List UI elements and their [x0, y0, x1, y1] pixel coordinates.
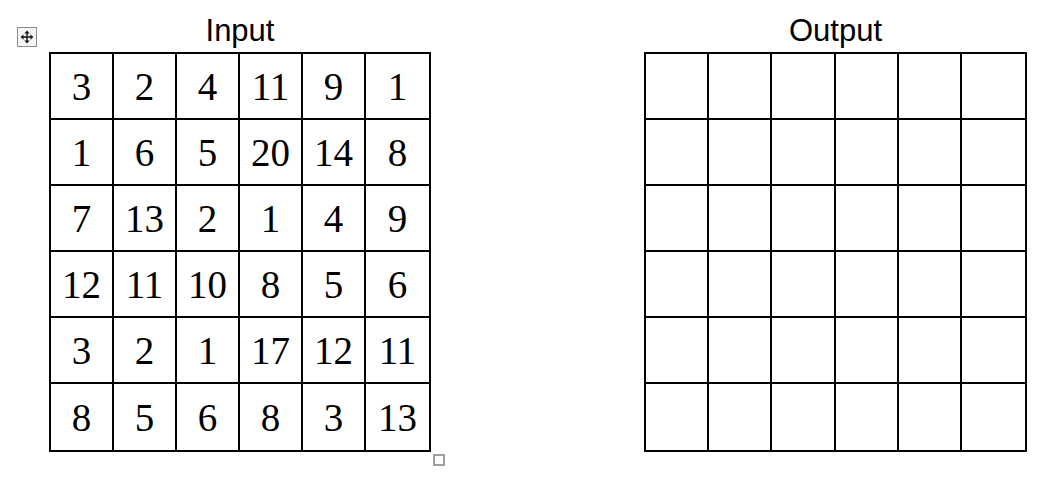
input-cell-r1c1[interactable]: 3 [51, 54, 114, 120]
output-grid[interactable] [644, 52, 1027, 452]
input-cell-r5c6[interactable]: 11 [366, 318, 429, 384]
output-cell-r1c5[interactable] [899, 54, 962, 120]
output-cell-r3c5[interactable] [899, 186, 962, 252]
output-cell-r2c4[interactable] [836, 120, 899, 186]
input-cell-r4c2[interactable]: 11 [114, 252, 177, 318]
input-cell-r3c5[interactable]: 4 [303, 186, 366, 252]
output-cell-r6c3[interactable] [772, 384, 835, 450]
output-cell-r5c1[interactable] [646, 318, 709, 384]
input-grid-title: Input [49, 13, 431, 49]
output-cell-r3c6[interactable] [962, 186, 1025, 252]
input-cell-r6c2[interactable]: 5 [114, 384, 177, 450]
input-cell-r2c5[interactable]: 14 [303, 120, 366, 186]
input-cell-r6c1[interactable]: 8 [51, 384, 114, 450]
input-cell-r3c3[interactable]: 2 [177, 186, 240, 252]
input-cell-r2c4[interactable]: 20 [240, 120, 303, 186]
output-cell-r6c2[interactable] [709, 384, 772, 450]
input-cell-r4c3[interactable]: 10 [177, 252, 240, 318]
output-cell-r1c4[interactable] [836, 54, 899, 120]
output-cell-r5c5[interactable] [899, 318, 962, 384]
input-cell-r6c5[interactable]: 3 [303, 384, 366, 450]
input-cell-r5c5[interactable]: 12 [303, 318, 366, 384]
output-cell-r6c1[interactable] [646, 384, 709, 450]
table-move-handle[interactable] [17, 27, 37, 47]
output-cell-r5c2[interactable] [709, 318, 772, 384]
output-cell-r4c2[interactable] [709, 252, 772, 318]
output-cell-r6c4[interactable] [836, 384, 899, 450]
output-cell-r4c1[interactable] [646, 252, 709, 318]
output-cell-r4c3[interactable] [772, 252, 835, 318]
input-cell-r4c5[interactable]: 5 [303, 252, 366, 318]
output-cell-r3c2[interactable] [709, 186, 772, 252]
output-cell-r5c4[interactable] [836, 318, 899, 384]
move-cross-icon [20, 30, 34, 44]
output-cell-r1c3[interactable] [772, 54, 835, 120]
input-grid[interactable]: 3241191165201487132149121110856321171211… [49, 52, 431, 452]
input-cell-r3c6[interactable]: 9 [366, 186, 429, 252]
output-cell-r5c6[interactable] [962, 318, 1025, 384]
input-cell-r4c1[interactable]: 12 [51, 252, 114, 318]
input-cell-r6c3[interactable]: 6 [177, 384, 240, 450]
input-cell-r3c4[interactable]: 1 [240, 186, 303, 252]
input-cell-r2c2[interactable]: 6 [114, 120, 177, 186]
input-cell-r1c6[interactable]: 1 [366, 54, 429, 120]
output-cell-r3c4[interactable] [836, 186, 899, 252]
output-cell-r4c4[interactable] [836, 252, 899, 318]
input-cell-r3c1[interactable]: 7 [51, 186, 114, 252]
input-cell-r6c6[interactable]: 13 [366, 384, 429, 450]
input-cell-r3c2[interactable]: 13 [114, 186, 177, 252]
output-cell-r5c3[interactable] [772, 318, 835, 384]
output-cell-r2c5[interactable] [899, 120, 962, 186]
input-cell-r4c6[interactable]: 6 [366, 252, 429, 318]
output-cell-r2c1[interactable] [646, 120, 709, 186]
input-cell-r2c1[interactable]: 1 [51, 120, 114, 186]
table-resize-handle[interactable] [433, 454, 445, 466]
output-cell-r2c3[interactable] [772, 120, 835, 186]
input-cell-r5c1[interactable]: 3 [51, 318, 114, 384]
output-grid-title: Output [644, 13, 1027, 49]
input-cell-r1c2[interactable]: 2 [114, 54, 177, 120]
output-cell-r3c3[interactable] [772, 186, 835, 252]
input-cell-r1c3[interactable]: 4 [177, 54, 240, 120]
input-cell-r4c4[interactable]: 8 [240, 252, 303, 318]
output-cell-r6c5[interactable] [899, 384, 962, 450]
input-cell-r1c5[interactable]: 9 [303, 54, 366, 120]
output-cell-r2c2[interactable] [709, 120, 772, 186]
output-cell-r1c1[interactable] [646, 54, 709, 120]
input-cell-r5c4[interactable]: 17 [240, 318, 303, 384]
output-cell-r4c5[interactable] [899, 252, 962, 318]
output-cell-r2c6[interactable] [962, 120, 1025, 186]
input-cell-r5c2[interactable]: 2 [114, 318, 177, 384]
output-cell-r1c2[interactable] [709, 54, 772, 120]
input-cell-r5c3[interactable]: 1 [177, 318, 240, 384]
output-cell-r4c6[interactable] [962, 252, 1025, 318]
input-cell-r2c6[interactable]: 8 [366, 120, 429, 186]
output-cell-r3c1[interactable] [646, 186, 709, 252]
input-cell-r2c3[interactable]: 5 [177, 120, 240, 186]
input-cell-r1c4[interactable]: 11 [240, 54, 303, 120]
output-cell-r6c6[interactable] [962, 384, 1025, 450]
output-cell-r1c6[interactable] [962, 54, 1025, 120]
input-cell-r6c4[interactable]: 8 [240, 384, 303, 450]
